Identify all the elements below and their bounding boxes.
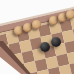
checker-piece-light-man xyxy=(14,26,23,35)
checker-piece-light-man xyxy=(32,20,41,29)
checker-piece-dark-man xyxy=(40,42,50,52)
pieces-layer xyxy=(0,0,74,74)
checker-piece-light-man xyxy=(66,10,74,19)
checker-piece-light-man xyxy=(49,16,58,25)
checker-piece-light-man xyxy=(23,23,32,32)
product-photo-stage xyxy=(0,0,74,74)
checker-piece-dark-man xyxy=(51,37,61,47)
